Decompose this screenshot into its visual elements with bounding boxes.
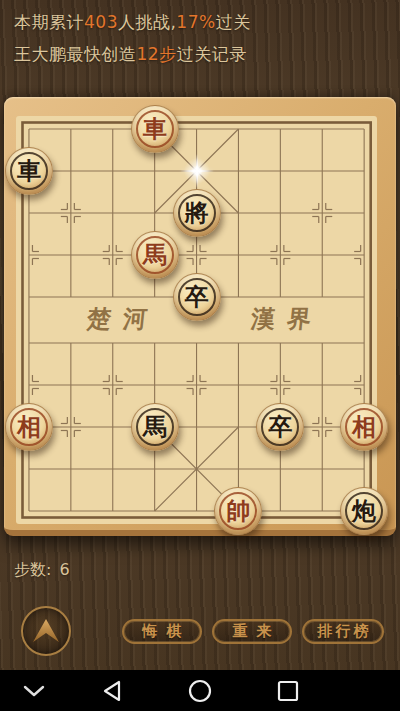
piece-red-elephant[interactable]: 相 [340, 403, 388, 451]
piece-red-horse[interactable]: 馬 [131, 231, 179, 279]
piece-black-soldier[interactable]: 卒 [256, 403, 304, 451]
stats-text: 本期累计 [14, 12, 84, 32]
piece-glyph: 將 [185, 201, 209, 225]
android-nav-bar [0, 670, 400, 711]
home-icon[interactable] [188, 670, 212, 711]
piece-black-cannon[interactable]: 炮 [340, 487, 388, 535]
piece-black-chariot[interactable]: 車 [5, 147, 53, 195]
step-counter: 步数:6 [14, 560, 70, 581]
piece-glyph: 帥 [226, 499, 250, 523]
xiangqi-board[interactable]: 楚河 漢界 車車將馬卒相馬卒相帥炮 [4, 97, 396, 536]
move-highlight-sparkle [180, 154, 214, 188]
chevron-down-icon[interactable] [22, 670, 46, 711]
record-holder-text: 王大鹏最快创造 [14, 44, 137, 64]
piece-glyph: 車 [17, 159, 41, 183]
piece-glyph: 卒 [185, 285, 209, 309]
piece-red-chariot[interactable]: 車 [131, 105, 179, 153]
piece-glyph: 車 [143, 117, 167, 141]
back-icon[interactable] [101, 670, 123, 711]
piece-black-general[interactable]: 將 [173, 189, 221, 237]
stats-line-challenge: 本期累计403人挑战,17%过关 [14, 11, 251, 34]
piece-glyph: 馬 [143, 243, 167, 267]
record-steps: 12步 [137, 44, 177, 64]
pieces-layer: 車車將馬卒相馬卒相帥炮 [8, 108, 385, 532]
piece-glyph: 相 [352, 415, 376, 439]
record-text: 过关记录 [177, 44, 247, 64]
piece-glyph: 相 [17, 415, 41, 439]
stats-text: 过关 [216, 12, 251, 32]
pass-rate: 17% [176, 12, 215, 32]
piece-red-general[interactable]: 帥 [214, 487, 262, 535]
arrow-up-icon [31, 618, 61, 644]
game-actions: 悔棋 重来 排行榜 [122, 619, 384, 644]
undo-button[interactable]: 悔棋 [122, 619, 202, 644]
recents-icon[interactable] [277, 670, 299, 711]
piece-glyph: 炮 [352, 499, 376, 523]
piece-black-soldier[interactable]: 卒 [173, 273, 221, 321]
app-screen: 本期累计403人挑战,17%过关 王大鹏最快创造12步过关记录 楚河 漢界 車車… [0, 0, 400, 711]
stats-line-record: 王大鹏最快创造12步过关记录 [14, 43, 247, 66]
piece-glyph: 卒 [268, 415, 292, 439]
piece-black-horse[interactable]: 馬 [131, 403, 179, 451]
step-counter-value: 6 [59, 560, 69, 579]
challenger-count: 403 [84, 12, 118, 32]
restart-button[interactable]: 重来 [212, 619, 292, 644]
step-counter-label: 步数: [14, 560, 51, 579]
stats-text: 人挑战, [118, 12, 176, 32]
quick-action-button[interactable] [21, 606, 71, 656]
piece-glyph: 馬 [143, 415, 167, 439]
leaderboard-button[interactable]: 排行榜 [302, 619, 384, 644]
piece-red-elephant[interactable]: 相 [5, 403, 53, 451]
